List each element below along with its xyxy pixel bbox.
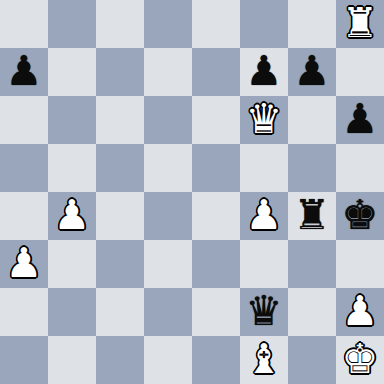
- square-f6[interactable]: ♛: [240, 96, 288, 144]
- black-pawn[interactable]: ♟: [6, 47, 43, 95]
- black-pawn[interactable]: ♟: [294, 47, 331, 95]
- square-b3[interactable]: [48, 240, 96, 288]
- white-rook[interactable]: ♜: [342, 0, 379, 47]
- square-g4[interactable]: ♜: [288, 192, 336, 240]
- square-c5[interactable]: [96, 144, 144, 192]
- square-a7[interactable]: ♟: [0, 48, 48, 96]
- square-a2[interactable]: [0, 288, 48, 336]
- square-f1[interactable]: ♝: [240, 336, 288, 384]
- white-queen[interactable]: ♛: [246, 95, 283, 143]
- chess-board: ♜♟♟♟♛♟♟♟♜♚♟♛♟♝♚: [0, 0, 384, 384]
- square-b8[interactable]: [48, 0, 96, 48]
- square-g6[interactable]: [288, 96, 336, 144]
- square-b7[interactable]: [48, 48, 96, 96]
- square-e4[interactable]: [192, 192, 240, 240]
- square-h5[interactable]: [336, 144, 384, 192]
- square-h3[interactable]: [336, 240, 384, 288]
- square-d8[interactable]: [144, 0, 192, 48]
- square-g1[interactable]: [288, 336, 336, 384]
- square-f7[interactable]: ♟: [240, 48, 288, 96]
- square-f2[interactable]: ♛: [240, 288, 288, 336]
- white-pawn[interactable]: ♟: [6, 239, 43, 287]
- square-b5[interactable]: [48, 144, 96, 192]
- square-a8[interactable]: [0, 0, 48, 48]
- square-g7[interactable]: ♟: [288, 48, 336, 96]
- square-f8[interactable]: [240, 0, 288, 48]
- square-a4[interactable]: [0, 192, 48, 240]
- black-queen[interactable]: ♛: [246, 287, 283, 335]
- square-a6[interactable]: [0, 96, 48, 144]
- square-e3[interactable]: [192, 240, 240, 288]
- square-e1[interactable]: [192, 336, 240, 384]
- square-d2[interactable]: [144, 288, 192, 336]
- white-pawn[interactable]: ♟: [342, 287, 379, 335]
- square-c2[interactable]: [96, 288, 144, 336]
- square-b4[interactable]: ♟: [48, 192, 96, 240]
- square-a5[interactable]: [0, 144, 48, 192]
- white-pawn[interactable]: ♟: [246, 191, 283, 239]
- square-b2[interactable]: [48, 288, 96, 336]
- black-king[interactable]: ♚: [342, 191, 379, 239]
- white-king[interactable]: ♚: [342, 335, 379, 383]
- square-c4[interactable]: [96, 192, 144, 240]
- square-g8[interactable]: [288, 0, 336, 48]
- white-pawn[interactable]: ♟: [54, 191, 91, 239]
- square-h1[interactable]: ♚: [336, 336, 384, 384]
- black-rook[interactable]: ♜: [294, 191, 331, 239]
- square-f5[interactable]: [240, 144, 288, 192]
- square-e2[interactable]: [192, 288, 240, 336]
- black-pawn[interactable]: ♟: [342, 95, 379, 143]
- square-h4[interactable]: ♚: [336, 192, 384, 240]
- square-g2[interactable]: [288, 288, 336, 336]
- square-h6[interactable]: ♟: [336, 96, 384, 144]
- square-e5[interactable]: [192, 144, 240, 192]
- square-f4[interactable]: ♟: [240, 192, 288, 240]
- square-g3[interactable]: [288, 240, 336, 288]
- square-b1[interactable]: [48, 336, 96, 384]
- square-c6[interactable]: [96, 96, 144, 144]
- square-c8[interactable]: [96, 0, 144, 48]
- square-d6[interactable]: [144, 96, 192, 144]
- square-f3[interactable]: [240, 240, 288, 288]
- square-c7[interactable]: [96, 48, 144, 96]
- square-d3[interactable]: [144, 240, 192, 288]
- square-d4[interactable]: [144, 192, 192, 240]
- square-d5[interactable]: [144, 144, 192, 192]
- square-c1[interactable]: [96, 336, 144, 384]
- square-e8[interactable]: [192, 0, 240, 48]
- square-h8[interactable]: ♜: [336, 0, 384, 48]
- square-a1[interactable]: [0, 336, 48, 384]
- square-d1[interactable]: [144, 336, 192, 384]
- square-a3[interactable]: ♟: [0, 240, 48, 288]
- square-b6[interactable]: [48, 96, 96, 144]
- square-c3[interactable]: [96, 240, 144, 288]
- square-h2[interactable]: ♟: [336, 288, 384, 336]
- square-e6[interactable]: [192, 96, 240, 144]
- black-pawn[interactable]: ♟: [246, 47, 283, 95]
- square-g5[interactable]: [288, 144, 336, 192]
- white-bishop[interactable]: ♝: [246, 335, 283, 383]
- square-e7[interactable]: [192, 48, 240, 96]
- square-h7[interactable]: [336, 48, 384, 96]
- square-d7[interactable]: [144, 48, 192, 96]
